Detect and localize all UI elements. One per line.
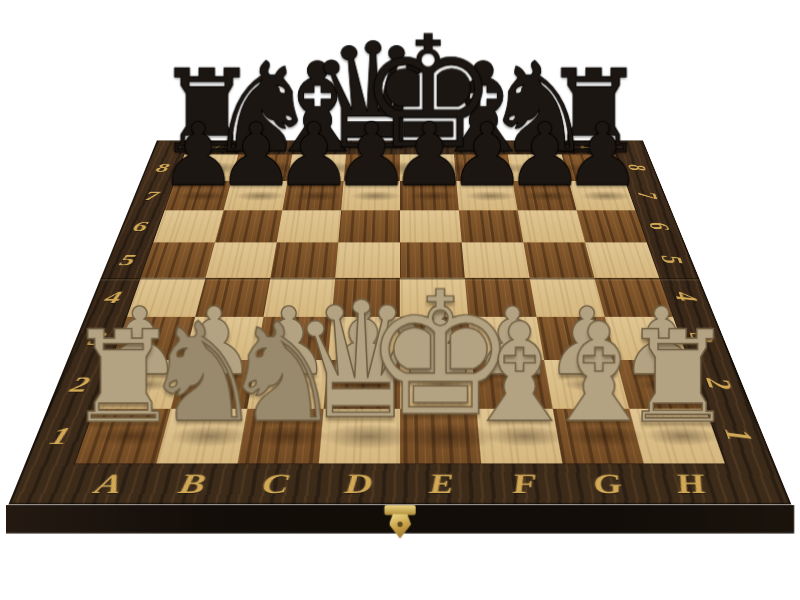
square-e6[interactable] [400,210,462,242]
brass-latch-icon [380,496,419,539]
square-a7[interactable] [165,181,232,210]
square-b5[interactable] [206,242,277,277]
coordinate-label: 7 [616,187,680,205]
square-a6[interactable] [153,210,223,242]
square-a5[interactable] [141,242,215,277]
white-rook-glyph: ♜ [620,314,734,441]
square-g5[interactable] [523,242,594,277]
square-a8[interactable] [175,154,238,181]
latch-knob [393,496,406,505]
square-d6[interactable] [338,210,400,242]
square-g6[interactable] [518,210,585,242]
square-d7[interactable] [341,181,400,210]
chess-board: ABCDEFGH ABCDEFGH 87654321 87654321 ♜♞♝♛… [8,141,791,505]
square-b7[interactable] [223,181,287,210]
square-g8[interactable] [508,154,569,181]
latch-shield [389,514,411,539]
square-f6[interactable] [459,210,524,242]
chess-photo-scene: ABCDEFGH ABCDEFGH 87654321 87654321 ♜♞♝♛… [0,0,800,600]
box-front-edge [6,505,795,534]
square-b8[interactable] [231,154,292,181]
square-c6[interactable] [277,210,342,242]
square-f8[interactable] [454,154,513,181]
square-e8[interactable] [400,154,456,181]
square-c8[interactable] [287,154,346,181]
square-b6[interactable] [215,210,282,242]
square-e7[interactable] [400,181,459,210]
latch-plate [384,505,415,515]
square-c7[interactable] [282,181,343,210]
coordinate-label: 8 [607,159,668,175]
coordinate-label: 6 [626,216,694,236]
coordinate-label: 5 [637,249,708,271]
square-g7[interactable] [513,181,577,210]
square-d8[interactable] [344,154,400,181]
square-f7[interactable] [456,181,517,210]
